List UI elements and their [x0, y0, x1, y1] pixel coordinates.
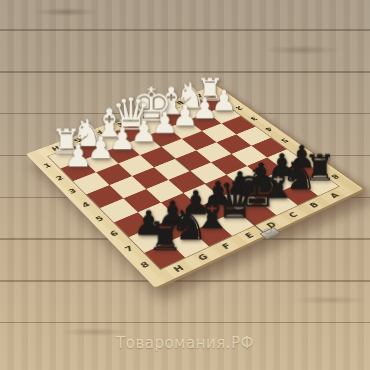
square-f4 [132, 167, 168, 189]
watermark-text: Товаромания.РФ [0, 334, 370, 352]
chess-board-grid: ♜♞♝♛♚♝♞♜♟♟♟♟♟♟♟♟♟♟♟♟♟♟♟♟♜♞♝♛♚♝♞♜ [48, 96, 338, 269]
photo-stage: 12345678 12345678 HGFEDCBA HGFEDCBA ♜♞♝♛… [0, 0, 370, 370]
chess-board-frame: 12345678 12345678 HGFEDCBA HGFEDCBA ♜♞♝♛… [26, 85, 363, 288]
square-c5 [211, 154, 247, 175]
chess-board-scene: 12345678 12345678 HGFEDCBA HGFEDCBA ♜♞♝♛… [26, 85, 363, 288]
